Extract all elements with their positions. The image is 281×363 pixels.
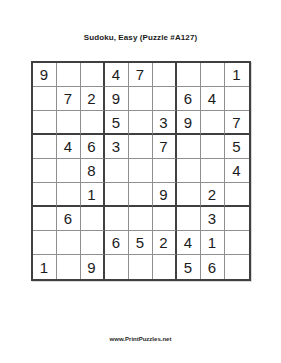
cell-r9c9[interactable] [225,255,249,279]
cell-r8c7[interactable]: 4 [177,231,201,255]
cell-r9c5[interactable] [129,255,153,279]
cell-r6c3[interactable]: 1 [81,183,105,207]
cell-r2c1[interactable] [33,87,57,111]
cell-r1c5[interactable]: 7 [129,63,153,87]
cell-r4c8[interactable] [201,135,225,159]
cell-r8c5[interactable]: 5 [129,231,153,255]
cell-r6c4[interactable] [105,183,129,207]
cell-r4c7[interactable] [177,135,201,159]
cell-r5c7[interactable] [177,159,201,183]
cell-r5c9[interactable]: 4 [225,159,249,183]
cell-r2c6[interactable] [153,87,177,111]
cell-r4c3[interactable]: 6 [81,135,105,159]
cell-r3c9[interactable]: 7 [225,111,249,135]
cell-r9c3[interactable]: 9 [81,255,105,279]
cell-r4c5[interactable] [129,135,153,159]
cell-r5c6[interactable] [153,159,177,183]
cell-r9c8[interactable]: 6 [201,255,225,279]
cell-r6c8[interactable]: 2 [201,183,225,207]
cell-r1c1[interactable]: 9 [33,63,57,87]
cell-r3c3[interactable] [81,111,105,135]
cell-r9c7[interactable]: 5 [177,255,201,279]
cell-r1c8[interactable] [201,63,225,87]
cell-r2c9[interactable] [225,87,249,111]
cell-r3c5[interactable] [129,111,153,135]
cell-r4c1[interactable] [33,135,57,159]
cell-r6c5[interactable] [129,183,153,207]
cell-r2c5[interactable] [129,87,153,111]
cell-r5c4[interactable] [105,159,129,183]
cell-r1c6[interactable] [153,63,177,87]
cell-r8c6[interactable]: 2 [153,231,177,255]
sudoku-board: 9471729645397463758419263652411956 [31,61,251,281]
cell-r3c8[interactable] [201,111,225,135]
puzzle-page: Sudoku, Easy (Puzzle #A127) 947172964539… [0,0,281,363]
cell-r2c4[interactable]: 9 [105,87,129,111]
cell-r7c9[interactable] [225,207,249,231]
cell-r2c8[interactable]: 4 [201,87,225,111]
cell-r3c2[interactable] [57,111,81,135]
cell-r5c8[interactable] [201,159,225,183]
cell-r1c4[interactable]: 4 [105,63,129,87]
cell-r7c8[interactable]: 3 [201,207,225,231]
cell-r9c4[interactable] [105,255,129,279]
cell-r4c9[interactable]: 5 [225,135,249,159]
cell-r2c3[interactable]: 2 [81,87,105,111]
cell-r5c5[interactable] [129,159,153,183]
cell-r1c3[interactable] [81,63,105,87]
cell-r8c8[interactable]: 1 [201,231,225,255]
cell-r6c2[interactable] [57,183,81,207]
cell-r4c2[interactable]: 4 [57,135,81,159]
cell-r5c1[interactable] [33,159,57,183]
cell-r8c2[interactable] [57,231,81,255]
cell-r7c1[interactable] [33,207,57,231]
cell-r3c1[interactable] [33,111,57,135]
cell-r7c7[interactable] [177,207,201,231]
cell-r5c3[interactable]: 8 [81,159,105,183]
cell-r6c9[interactable] [225,183,249,207]
cell-r2c7[interactable]: 6 [177,87,201,111]
cell-r8c4[interactable]: 6 [105,231,129,255]
cell-r3c6[interactable]: 3 [153,111,177,135]
cell-r6c7[interactable] [177,183,201,207]
cell-r5c2[interactable] [57,159,81,183]
cell-r7c5[interactable] [129,207,153,231]
cell-r9c6[interactable] [153,255,177,279]
cell-r3c7[interactable]: 9 [177,111,201,135]
cell-r4c4[interactable]: 3 [105,135,129,159]
cell-r2c2[interactable]: 7 [57,87,81,111]
cell-r8c1[interactable] [33,231,57,255]
cell-r6c6[interactable]: 9 [153,183,177,207]
cell-r7c6[interactable] [153,207,177,231]
cell-r9c2[interactable] [57,255,81,279]
cell-r3c4[interactable]: 5 [105,111,129,135]
cell-r4c6[interactable]: 7 [153,135,177,159]
cell-r9c1[interactable]: 1 [33,255,57,279]
cell-r7c4[interactable] [105,207,129,231]
puzzle-title: Sudoku, Easy (Puzzle #A127) [0,33,281,42]
cell-r1c9[interactable]: 1 [225,63,249,87]
cell-r1c7[interactable] [177,63,201,87]
cell-r7c3[interactable] [81,207,105,231]
cell-r7c2[interactable]: 6 [57,207,81,231]
cell-r1c2[interactable] [57,63,81,87]
cell-r8c3[interactable] [81,231,105,255]
cell-r8c9[interactable] [225,231,249,255]
cell-r6c1[interactable] [33,183,57,207]
footer-url: www.PrintPuzzles.net [0,336,281,342]
